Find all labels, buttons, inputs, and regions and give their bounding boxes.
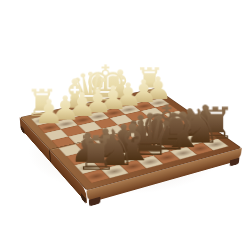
square-e1[interactable]: ♚	[94, 102, 117, 112]
piece-glyph: ♟	[67, 88, 96, 121]
piece-glyph: ♜	[75, 130, 117, 177]
piece-glyph: ♟	[51, 91, 81, 124]
piece-glyph: ♝	[57, 75, 93, 115]
board-foot	[89, 197, 101, 207]
piece-base-shadow	[94, 102, 118, 111]
board-foot	[230, 158, 240, 167]
piece-base-shadow	[63, 109, 87, 118]
piece-base-shadow	[47, 112, 71, 121]
square-b1[interactable]: ♞	[47, 112, 70, 122]
square-a1[interactable]: ♜	[31, 115, 54, 125]
square-a2[interactable]: ♟	[37, 122, 61, 133]
hinge-seam	[49, 149, 51, 162]
piece-glyph: ♜	[26, 85, 59, 122]
board-foot	[21, 126, 25, 135]
piece-glyph: ♟	[83, 85, 112, 118]
piece-glyph: ♝	[103, 66, 138, 105]
piece-base-shadow	[30, 116, 55, 125]
piece-glyph: ♟	[34, 95, 64, 129]
piece-glyph: ♞	[41, 79, 76, 118]
piece-glyph: ♛	[70, 66, 110, 111]
piece-glyph: ♚	[84, 59, 128, 108]
square-c1[interactable]: ♝	[63, 108, 86, 118]
piece-base-shadow	[79, 106, 103, 115]
chess-set-photo: ♜♞♝♛♚♝♞♜♟♟♟♟♟♟♟♟♟♟♟♟♟♟♟♟♜♞♝♛♚♝♞♜	[0, 0, 250, 250]
board-foot	[81, 193, 86, 204]
piece-base-shadow	[37, 123, 62, 133]
chess-board: ♜♞♝♛♚♝♞♜♟♟♟♟♟♟♟♟♟♟♟♟♟♟♟♟♜♞♝♛♚♝♞♜	[20, 88, 242, 191]
scene: ♜♞♝♛♚♝♞♜♟♟♟♟♟♟♟♟♟♟♟♟♟♟♟♟♜♞♝♛♚♝♞♜	[0, 0, 250, 250]
square-d1[interactable]: ♛	[79, 105, 102, 115]
